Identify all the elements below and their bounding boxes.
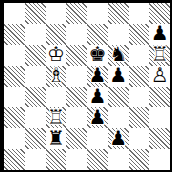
square-h5[interactable]: ♟♙ bbox=[149, 66, 170, 87]
square-e1[interactable] bbox=[87, 149, 108, 170]
square-h3[interactable] bbox=[149, 107, 170, 128]
white-bishop-icon: ♗ bbox=[47, 65, 65, 85]
square-f7[interactable] bbox=[108, 24, 129, 45]
black-pawn-icon: ♟ bbox=[109, 128, 127, 148]
black-pawn-icon: ♟ bbox=[88, 65, 106, 85]
square-e6[interactable]: ♚ bbox=[87, 45, 108, 66]
square-c6[interactable]: ♚♔ bbox=[46, 45, 67, 66]
square-g3[interactable] bbox=[129, 107, 150, 128]
white-rook-fill: ♜ bbox=[151, 45, 169, 65]
square-g2[interactable] bbox=[129, 128, 150, 149]
square-e5[interactable]: ♟ bbox=[87, 66, 108, 87]
chess-board-frame: ♟♚♔♚♞♜♖♝♗♟♟♟♙♟♜♖♟♜♟ bbox=[0, 0, 172, 172]
square-a2[interactable] bbox=[4, 128, 25, 149]
white-rook-fill: ♜ bbox=[47, 107, 65, 127]
square-d5[interactable] bbox=[66, 66, 87, 87]
white-pawn-fill: ♟ bbox=[151, 65, 169, 85]
white-bishop-fill: ♝ bbox=[47, 65, 65, 85]
black-pawn-icon: ♟ bbox=[88, 107, 106, 127]
square-f4[interactable] bbox=[108, 87, 129, 108]
square-h8[interactable] bbox=[149, 3, 170, 24]
square-a6[interactable] bbox=[4, 45, 25, 66]
square-a4[interactable] bbox=[4, 87, 25, 108]
square-b7[interactable] bbox=[25, 24, 46, 45]
square-d6[interactable] bbox=[66, 45, 87, 66]
square-a1[interactable] bbox=[4, 149, 25, 170]
square-b5[interactable] bbox=[25, 66, 46, 87]
square-d3[interactable] bbox=[66, 107, 87, 128]
square-f8[interactable] bbox=[108, 3, 129, 24]
square-g1[interactable] bbox=[129, 149, 150, 170]
square-h2[interactable] bbox=[149, 128, 170, 149]
white-king-fill: ♚ bbox=[47, 45, 65, 65]
square-c7[interactable] bbox=[46, 24, 67, 45]
chess-board: ♟♚♔♚♞♜♖♝♗♟♟♟♙♟♜♖♟♜♟ bbox=[4, 3, 170, 170]
square-c3[interactable]: ♜♖ bbox=[46, 107, 67, 128]
square-f5[interactable]: ♟ bbox=[108, 66, 129, 87]
square-a7[interactable] bbox=[4, 24, 25, 45]
square-h7[interactable]: ♟ bbox=[149, 24, 170, 45]
square-d2[interactable] bbox=[66, 128, 87, 149]
square-e3[interactable]: ♟ bbox=[87, 107, 108, 128]
white-king-icon: ♔ bbox=[47, 45, 65, 65]
white-rook-icon: ♖ bbox=[47, 107, 65, 127]
square-c5[interactable]: ♝♗ bbox=[46, 66, 67, 87]
square-e7[interactable] bbox=[87, 24, 108, 45]
square-b6[interactable] bbox=[25, 45, 46, 66]
square-b1[interactable] bbox=[25, 149, 46, 170]
black-king-icon: ♚ bbox=[88, 45, 106, 65]
square-d8[interactable] bbox=[66, 3, 87, 24]
square-h6[interactable]: ♜♖ bbox=[149, 45, 170, 66]
square-d7[interactable] bbox=[66, 24, 87, 45]
square-b2[interactable] bbox=[25, 128, 46, 149]
square-g5[interactable] bbox=[129, 66, 150, 87]
square-g6[interactable] bbox=[129, 45, 150, 66]
square-c1[interactable] bbox=[46, 149, 67, 170]
square-f3[interactable] bbox=[108, 107, 129, 128]
square-h4[interactable] bbox=[149, 87, 170, 108]
square-e8[interactable] bbox=[87, 3, 108, 24]
square-e2[interactable] bbox=[87, 128, 108, 149]
square-f6[interactable]: ♞ bbox=[108, 45, 129, 66]
square-a3[interactable] bbox=[4, 107, 25, 128]
square-f1[interactable] bbox=[108, 149, 129, 170]
white-pawn-icon: ♙ bbox=[151, 65, 169, 85]
square-c4[interactable] bbox=[46, 87, 67, 108]
black-pawn-icon: ♟ bbox=[88, 86, 106, 106]
square-a8[interactable] bbox=[4, 3, 25, 24]
square-f2[interactable]: ♟ bbox=[108, 128, 129, 149]
black-pawn-icon: ♟ bbox=[151, 24, 169, 44]
square-c2[interactable]: ♜ bbox=[46, 128, 67, 149]
square-d4[interactable] bbox=[66, 87, 87, 108]
square-b3[interactable] bbox=[25, 107, 46, 128]
black-rook-icon: ♜ bbox=[47, 128, 65, 148]
square-g7[interactable] bbox=[129, 24, 150, 45]
square-a5[interactable] bbox=[4, 66, 25, 87]
square-c8[interactable] bbox=[46, 3, 67, 24]
square-g8[interactable] bbox=[129, 3, 150, 24]
square-d1[interactable] bbox=[66, 149, 87, 170]
square-e4[interactable]: ♟ bbox=[87, 87, 108, 108]
white-rook-icon: ♖ bbox=[151, 45, 169, 65]
square-h1[interactable] bbox=[149, 149, 170, 170]
square-b4[interactable] bbox=[25, 87, 46, 108]
black-pawn-icon: ♟ bbox=[109, 65, 127, 85]
black-knight-icon: ♞ bbox=[109, 45, 127, 65]
square-g4[interactable] bbox=[129, 87, 150, 108]
square-b8[interactable] bbox=[25, 3, 46, 24]
